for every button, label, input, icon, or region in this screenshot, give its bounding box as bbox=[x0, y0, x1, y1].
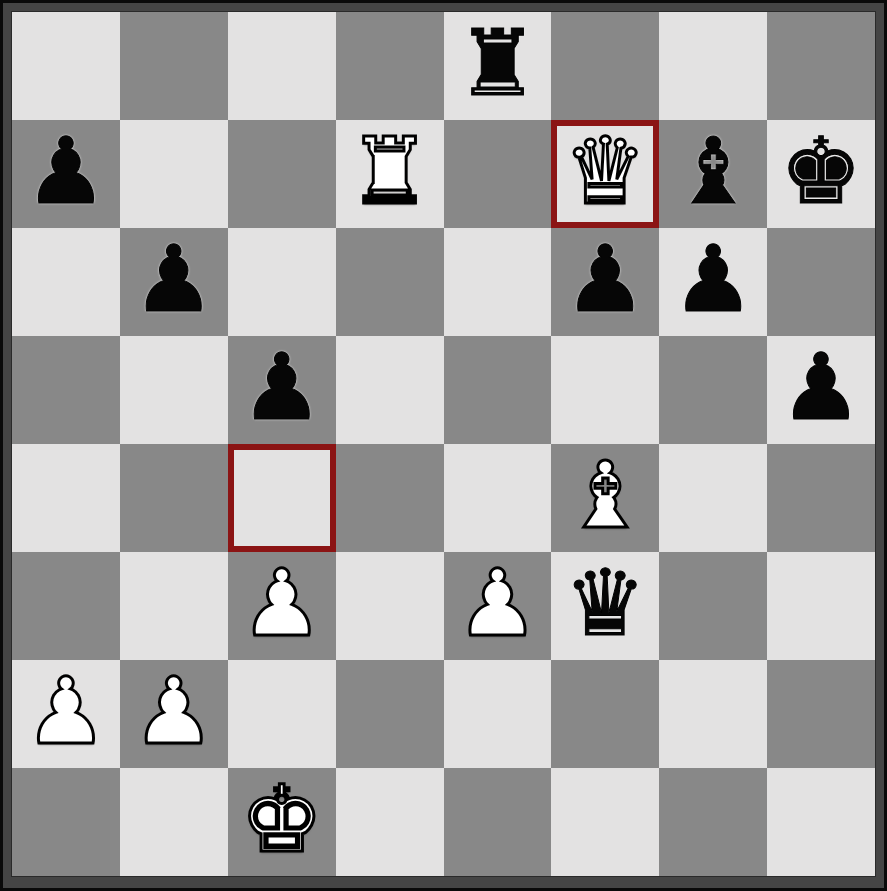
white-queen-piece[interactable]: ♛ bbox=[564, 126, 646, 218]
square-f4[interactable]: ♝ bbox=[551, 444, 659, 552]
black-rook-piece[interactable]: ♜ bbox=[456, 18, 538, 110]
square-g1[interactable] bbox=[659, 768, 767, 876]
square-c7[interactable] bbox=[228, 120, 336, 228]
square-c2[interactable] bbox=[228, 660, 336, 768]
white-pawn-piece[interactable]: ♟ bbox=[133, 666, 215, 758]
square-d1[interactable] bbox=[336, 768, 444, 876]
square-a1[interactable] bbox=[12, 768, 120, 876]
chess-board: ♜♟♜♛♝♚♟♟♟♟♟♝♟♟♛♟♟♚ bbox=[12, 12, 875, 876]
square-d7[interactable]: ♜ bbox=[336, 120, 444, 228]
square-a7[interactable]: ♟ bbox=[12, 120, 120, 228]
black-king-piece[interactable]: ♚ bbox=[780, 126, 862, 218]
square-b1[interactable] bbox=[120, 768, 228, 876]
black-pawn-piece[interactable]: ♟ bbox=[564, 234, 646, 326]
black-pawn-piece[interactable]: ♟ bbox=[672, 234, 754, 326]
square-g3[interactable] bbox=[659, 552, 767, 660]
white-rook-piece[interactable]: ♜ bbox=[348, 126, 430, 218]
square-c6[interactable] bbox=[228, 228, 336, 336]
square-e2[interactable] bbox=[444, 660, 552, 768]
square-e5[interactable] bbox=[444, 336, 552, 444]
square-h4[interactable] bbox=[767, 444, 875, 552]
square-e8[interactable]: ♜ bbox=[444, 12, 552, 120]
square-a6[interactable] bbox=[12, 228, 120, 336]
square-b8[interactable] bbox=[120, 12, 228, 120]
square-e7[interactable] bbox=[444, 120, 552, 228]
square-h1[interactable] bbox=[767, 768, 875, 876]
square-g7[interactable]: ♝ bbox=[659, 120, 767, 228]
square-f6[interactable]: ♟ bbox=[551, 228, 659, 336]
square-c4[interactable] bbox=[228, 444, 336, 552]
white-pawn-piece[interactable]: ♟ bbox=[240, 558, 322, 650]
square-a8[interactable] bbox=[12, 12, 120, 120]
square-b3[interactable] bbox=[120, 552, 228, 660]
white-king-piece[interactable]: ♚ bbox=[240, 774, 322, 866]
square-h7[interactable]: ♚ bbox=[767, 120, 875, 228]
square-f7[interactable]: ♛ bbox=[551, 120, 659, 228]
square-a5[interactable] bbox=[12, 336, 120, 444]
white-bishop-piece[interactable]: ♝ bbox=[564, 450, 646, 542]
square-g8[interactable] bbox=[659, 12, 767, 120]
square-b7[interactable] bbox=[120, 120, 228, 228]
square-a2[interactable]: ♟ bbox=[12, 660, 120, 768]
square-e3[interactable]: ♟ bbox=[444, 552, 552, 660]
square-d4[interactable] bbox=[336, 444, 444, 552]
square-g2[interactable] bbox=[659, 660, 767, 768]
square-b2[interactable]: ♟ bbox=[120, 660, 228, 768]
square-e6[interactable] bbox=[444, 228, 552, 336]
square-h5[interactable]: ♟ bbox=[767, 336, 875, 444]
square-g5[interactable] bbox=[659, 336, 767, 444]
square-b4[interactable] bbox=[120, 444, 228, 552]
square-h3[interactable] bbox=[767, 552, 875, 660]
square-d2[interactable] bbox=[336, 660, 444, 768]
square-e1[interactable] bbox=[444, 768, 552, 876]
black-pawn-piece[interactable]: ♟ bbox=[133, 234, 215, 326]
square-g4[interactable] bbox=[659, 444, 767, 552]
square-g6[interactable]: ♟ bbox=[659, 228, 767, 336]
black-bishop-piece[interactable]: ♝ bbox=[672, 126, 754, 218]
square-c3[interactable]: ♟ bbox=[228, 552, 336, 660]
square-a4[interactable] bbox=[12, 444, 120, 552]
square-a3[interactable] bbox=[12, 552, 120, 660]
black-queen-piece[interactable]: ♛ bbox=[564, 558, 646, 650]
square-b5[interactable] bbox=[120, 336, 228, 444]
square-f8[interactable] bbox=[551, 12, 659, 120]
square-f1[interactable] bbox=[551, 768, 659, 876]
square-h6[interactable] bbox=[767, 228, 875, 336]
black-pawn-piece[interactable]: ♟ bbox=[25, 126, 107, 218]
white-pawn-piece[interactable]: ♟ bbox=[456, 558, 538, 650]
square-f5[interactable] bbox=[551, 336, 659, 444]
chessboard-screenshot: ♜♟♜♛♝♚♟♟♟♟♟♝♟♟♛♟♟♚ bbox=[0, 0, 887, 891]
square-d8[interactable] bbox=[336, 12, 444, 120]
board-frame: ♜♟♜♛♝♚♟♟♟♟♟♝♟♟♛♟♟♚ bbox=[0, 0, 887, 891]
black-pawn-piece[interactable]: ♟ bbox=[240, 342, 322, 434]
black-pawn-piece[interactable]: ♟ bbox=[780, 342, 862, 434]
square-c5[interactable]: ♟ bbox=[228, 336, 336, 444]
square-f2[interactable] bbox=[551, 660, 659, 768]
square-d6[interactable] bbox=[336, 228, 444, 336]
square-h8[interactable] bbox=[767, 12, 875, 120]
square-d3[interactable] bbox=[336, 552, 444, 660]
square-d5[interactable] bbox=[336, 336, 444, 444]
square-f3[interactable]: ♛ bbox=[551, 552, 659, 660]
white-pawn-piece[interactable]: ♟ bbox=[25, 666, 107, 758]
square-b6[interactable]: ♟ bbox=[120, 228, 228, 336]
square-c1[interactable]: ♚ bbox=[228, 768, 336, 876]
square-e4[interactable] bbox=[444, 444, 552, 552]
square-h2[interactable] bbox=[767, 660, 875, 768]
square-c8[interactable] bbox=[228, 12, 336, 120]
